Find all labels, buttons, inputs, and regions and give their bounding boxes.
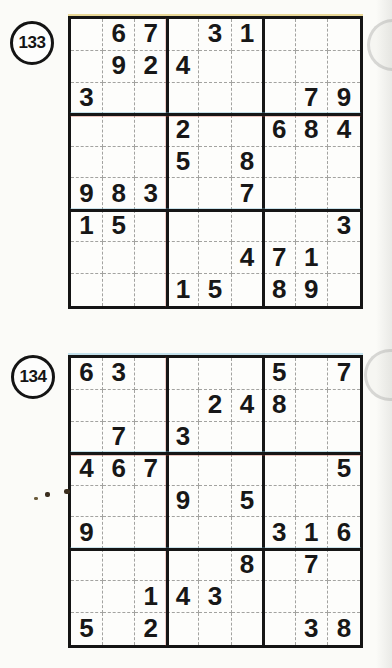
ink-speck	[45, 492, 50, 497]
cell-r4c2[interactable]	[103, 115, 135, 147]
cell-r1c1[interactable]	[71, 19, 103, 51]
cell-r8c1[interactable]	[71, 581, 103, 613]
cell-r4c3[interactable]: 7	[135, 454, 167, 486]
cell-r3c2[interactable]: 7	[103, 422, 135, 454]
cell-r6c7[interactable]: 3	[264, 517, 296, 549]
cell-r8c7[interactable]: 7	[264, 242, 296, 274]
cell-r7c1[interactable]	[71, 549, 103, 581]
cell-r5c1[interactable]	[71, 486, 103, 518]
cell-r8c5[interactable]	[199, 242, 231, 274]
cell-r9c1[interactable]	[71, 274, 103, 306]
cell-r9c5[interactable]: 5	[199, 274, 231, 306]
cell-r1c4[interactable]	[167, 19, 199, 51]
cell-r1c8[interactable]	[296, 358, 328, 390]
cell-r5c3[interactable]	[135, 147, 167, 179]
cell-r9c9[interactable]	[328, 274, 360, 306]
cell-r1c9[interactable]	[328, 19, 360, 51]
cell-r2c3[interactable]: 2	[135, 51, 167, 83]
cell-r2c6[interactable]	[232, 51, 264, 83]
cell-r5c6[interactable]: 8	[232, 147, 264, 179]
cell-r7c1[interactable]: 1	[71, 210, 103, 242]
cell-r2c1[interactable]	[71, 51, 103, 83]
cell-r1c3[interactable]: 7	[135, 19, 167, 51]
ghost-showthrough-circle	[364, 349, 392, 401]
cell-r5c7[interactable]	[264, 486, 296, 518]
cell-r9c3[interactable]	[135, 274, 167, 306]
cell-r4c9[interactable]: 5	[328, 454, 360, 486]
cell-r3c9[interactable]	[328, 422, 360, 454]
cell-r5c9[interactable]	[328, 147, 360, 179]
cell-r9c6[interactable]	[232, 613, 264, 645]
cell-r4c2[interactable]: 6	[103, 454, 135, 486]
cell-r6c1[interactable]: 9	[71, 517, 103, 549]
sudoku-grid-133: 673192437926845898371534711589	[68, 16, 363, 309]
cell-r3c7[interactable]	[264, 83, 296, 115]
cell-r5c8[interactable]	[296, 147, 328, 179]
cell-r2c8[interactable]	[296, 390, 328, 422]
cell-r3c5[interactable]	[199, 83, 231, 115]
block-divider-vertical-1	[166, 18, 169, 307]
block-divider-horizontal-1	[70, 113, 361, 116]
cell-r7c5[interactable]	[199, 549, 231, 581]
cell-r7c2[interactable]	[103, 549, 135, 581]
cell-r5c2[interactable]	[103, 486, 135, 518]
cell-r3c5[interactable]	[199, 422, 231, 454]
cell-r6c4[interactable]	[167, 178, 199, 210]
cell-r2c4[interactable]: 4	[167, 51, 199, 83]
cell-r6c8[interactable]	[296, 178, 328, 210]
cell-r9c5[interactable]	[199, 613, 231, 645]
cell-r1c4[interactable]	[167, 358, 199, 390]
cell-r7c5[interactable]	[199, 210, 231, 242]
cell-r4c6[interactable]	[232, 115, 264, 147]
block-divider-horizontal-1	[70, 452, 361, 455]
cell-r4c7[interactable]	[264, 454, 296, 486]
cell-r5c6[interactable]: 5	[232, 486, 264, 518]
cell-r5c8[interactable]	[296, 486, 328, 518]
cell-r2c7[interactable]: 8	[264, 390, 296, 422]
cell-r2c5[interactable]: 2	[199, 390, 231, 422]
cell-r1c3[interactable]	[135, 358, 167, 390]
cell-r4c5[interactable]	[199, 115, 231, 147]
cell-r9c1[interactable]: 5	[71, 613, 103, 645]
cell-r6c3[interactable]: 3	[135, 178, 167, 210]
cell-r7c6[interactable]	[232, 210, 264, 242]
cell-r6c5[interactable]	[199, 178, 231, 210]
puzzle-number-133: 133	[10, 21, 54, 65]
cell-r8c5[interactable]: 3	[199, 581, 231, 613]
cell-r2c5[interactable]	[199, 51, 231, 83]
cell-r8c8[interactable]	[296, 581, 328, 613]
cell-r7c8[interactable]: 7	[296, 549, 328, 581]
cell-r4c4[interactable]: 2	[167, 115, 199, 147]
sudoku-134-cells: 6357248734675959316871435238	[71, 358, 360, 645]
cell-r7c9[interactable]: 3	[328, 210, 360, 242]
ink-speck	[64, 489, 70, 494]
cell-r2c9[interactable]	[328, 390, 360, 422]
block-divider-horizontal-2	[70, 209, 361, 212]
cell-r1c2[interactable]: 3	[103, 358, 135, 390]
cell-r3c7[interactable]	[264, 422, 296, 454]
cell-r7c3[interactable]	[135, 210, 167, 242]
cell-r7c9[interactable]	[328, 549, 360, 581]
cell-r9c6[interactable]	[232, 274, 264, 306]
cell-r2c8[interactable]	[296, 51, 328, 83]
page-edge-shading	[376, 0, 392, 668]
cell-r9c4[interactable]: 1	[167, 274, 199, 306]
cell-r6c9[interactable]	[328, 178, 360, 210]
cell-r8c6[interactable]	[232, 581, 264, 613]
block-divider-vertical-2	[262, 357, 265, 646]
cell-r8c8[interactable]: 1	[296, 242, 328, 274]
cell-r4c7[interactable]: 6	[264, 115, 296, 147]
cell-r5c5[interactable]	[199, 486, 231, 518]
cell-r8c1[interactable]	[71, 242, 103, 274]
cell-r3c4[interactable]: 3	[167, 422, 199, 454]
cell-r9c8[interactable]: 9	[296, 274, 328, 306]
cell-r2c6[interactable]: 4	[232, 390, 264, 422]
cell-r7c4[interactable]	[167, 210, 199, 242]
cell-r6c1[interactable]: 9	[71, 178, 103, 210]
cell-r5c4[interactable]: 9	[167, 486, 199, 518]
cell-r8c7[interactable]	[264, 581, 296, 613]
cell-r9c3[interactable]: 2	[135, 613, 167, 645]
cell-r6c2[interactable]: 8	[103, 178, 135, 210]
cell-r7c2[interactable]: 5	[103, 210, 135, 242]
cell-r3c6[interactable]	[232, 422, 264, 454]
cell-r6c9[interactable]: 6	[328, 517, 360, 549]
cell-r6c6[interactable]	[232, 517, 264, 549]
cell-r2c2[interactable]: 9	[103, 51, 135, 83]
cell-r1c8[interactable]	[296, 19, 328, 51]
block-divider-vertical-1	[166, 357, 169, 646]
cell-r2c7[interactable]	[264, 51, 296, 83]
cell-r9c2[interactable]	[103, 274, 135, 306]
cell-r5c7[interactable]	[264, 147, 296, 179]
cell-r6c7[interactable]	[264, 178, 296, 210]
cell-r2c1[interactable]	[71, 390, 103, 422]
cell-r2c3[interactable]	[135, 390, 167, 422]
cell-r4c1[interactable]	[71, 115, 103, 147]
cell-r7c6[interactable]: 8	[232, 549, 264, 581]
cell-r9c9[interactable]: 8	[328, 613, 360, 645]
cell-r1c2[interactable]: 6	[103, 19, 135, 51]
cell-r2c4[interactable]	[167, 390, 199, 422]
cell-r5c4[interactable]: 5	[167, 147, 199, 179]
cell-r9c7[interactable]: 8	[264, 274, 296, 306]
cell-r1c5[interactable]	[199, 358, 231, 390]
cell-r1c6[interactable]	[232, 358, 264, 390]
cell-r3c3[interactable]	[135, 422, 167, 454]
cell-r8c2[interactable]	[103, 581, 135, 613]
cell-r6c8[interactable]: 1	[296, 517, 328, 549]
cell-r3c8[interactable]	[296, 422, 328, 454]
cell-r3c6[interactable]	[232, 83, 264, 115]
cell-r5c3[interactable]	[135, 486, 167, 518]
cell-r8c9[interactable]	[328, 581, 360, 613]
block-divider-vertical-2	[262, 18, 265, 307]
block-divider-horizontal-2	[70, 548, 361, 551]
cell-r8c3[interactable]	[135, 242, 167, 274]
cell-r4c9[interactable]: 4	[328, 115, 360, 147]
cell-r4c8[interactable]: 8	[296, 115, 328, 147]
cell-r2c2[interactable]	[103, 390, 135, 422]
cell-r1c7[interactable]: 5	[264, 358, 296, 390]
cell-r8c4[interactable]	[167, 242, 199, 274]
cell-r8c3[interactable]: 1	[135, 581, 167, 613]
cell-r8c9[interactable]	[328, 242, 360, 274]
cell-r7c8[interactable]	[296, 210, 328, 242]
cell-r1c9[interactable]: 7	[328, 358, 360, 390]
cell-r2c9[interactable]	[328, 51, 360, 83]
cell-r9c7[interactable]	[264, 613, 296, 645]
cell-r6c3[interactable]	[135, 517, 167, 549]
cell-r5c5[interactable]	[199, 147, 231, 179]
cell-r9c4[interactable]	[167, 613, 199, 645]
ghost-showthrough-circle	[367, 19, 392, 71]
cell-r7c3[interactable]	[135, 549, 167, 581]
cell-r4c6[interactable]	[232, 454, 264, 486]
cell-r6c6[interactable]: 7	[232, 178, 264, 210]
cell-r6c2[interactable]	[103, 517, 135, 549]
cell-r1c6[interactable]: 1	[232, 19, 264, 51]
cell-r5c1[interactable]	[71, 147, 103, 179]
cell-r7c7[interactable]	[264, 549, 296, 581]
cell-r8c4[interactable]: 4	[167, 581, 199, 613]
cell-r9c2[interactable]	[103, 613, 135, 645]
ink-speck	[34, 497, 38, 500]
cell-r3c1[interactable]	[71, 422, 103, 454]
cell-r6c5[interactable]	[199, 517, 231, 549]
cell-r3c8[interactable]: 7	[296, 83, 328, 115]
cell-r4c4[interactable]	[167, 454, 199, 486]
cell-r1c5[interactable]: 3	[199, 19, 231, 51]
cell-r7c4[interactable]	[167, 549, 199, 581]
sudoku-133-cells: 673192437926845898371534711589	[71, 19, 360, 306]
cell-r5c2[interactable]	[103, 147, 135, 179]
cell-r3c2[interactable]	[103, 83, 135, 115]
cell-r5c9[interactable]	[328, 486, 360, 518]
cell-r8c6[interactable]: 4	[232, 242, 264, 274]
cell-r9c8[interactable]: 3	[296, 613, 328, 645]
cell-r4c1[interactable]: 4	[71, 454, 103, 486]
puzzle-number-134: 134	[11, 355, 55, 399]
cell-r6c4[interactable]	[167, 517, 199, 549]
cell-r4c5[interactable]	[199, 454, 231, 486]
scanned-puzzle-page: 133 673192437926845898371534711589 134 6…	[0, 0, 392, 668]
cell-r3c9[interactable]: 9	[328, 83, 360, 115]
cell-r4c8[interactable]	[296, 454, 328, 486]
sudoku-grid-134: 6357248734675959316871435238	[68, 355, 363, 648]
cell-r3c4[interactable]	[167, 83, 199, 115]
cell-r1c1[interactable]: 6	[71, 358, 103, 390]
cell-r3c1[interactable]: 3	[71, 83, 103, 115]
cell-r4c3[interactable]	[135, 115, 167, 147]
cell-r8c2[interactable]	[103, 242, 135, 274]
cell-r1c7[interactable]	[264, 19, 296, 51]
cell-r3c3[interactable]	[135, 83, 167, 115]
cell-r7c7[interactable]	[264, 210, 296, 242]
